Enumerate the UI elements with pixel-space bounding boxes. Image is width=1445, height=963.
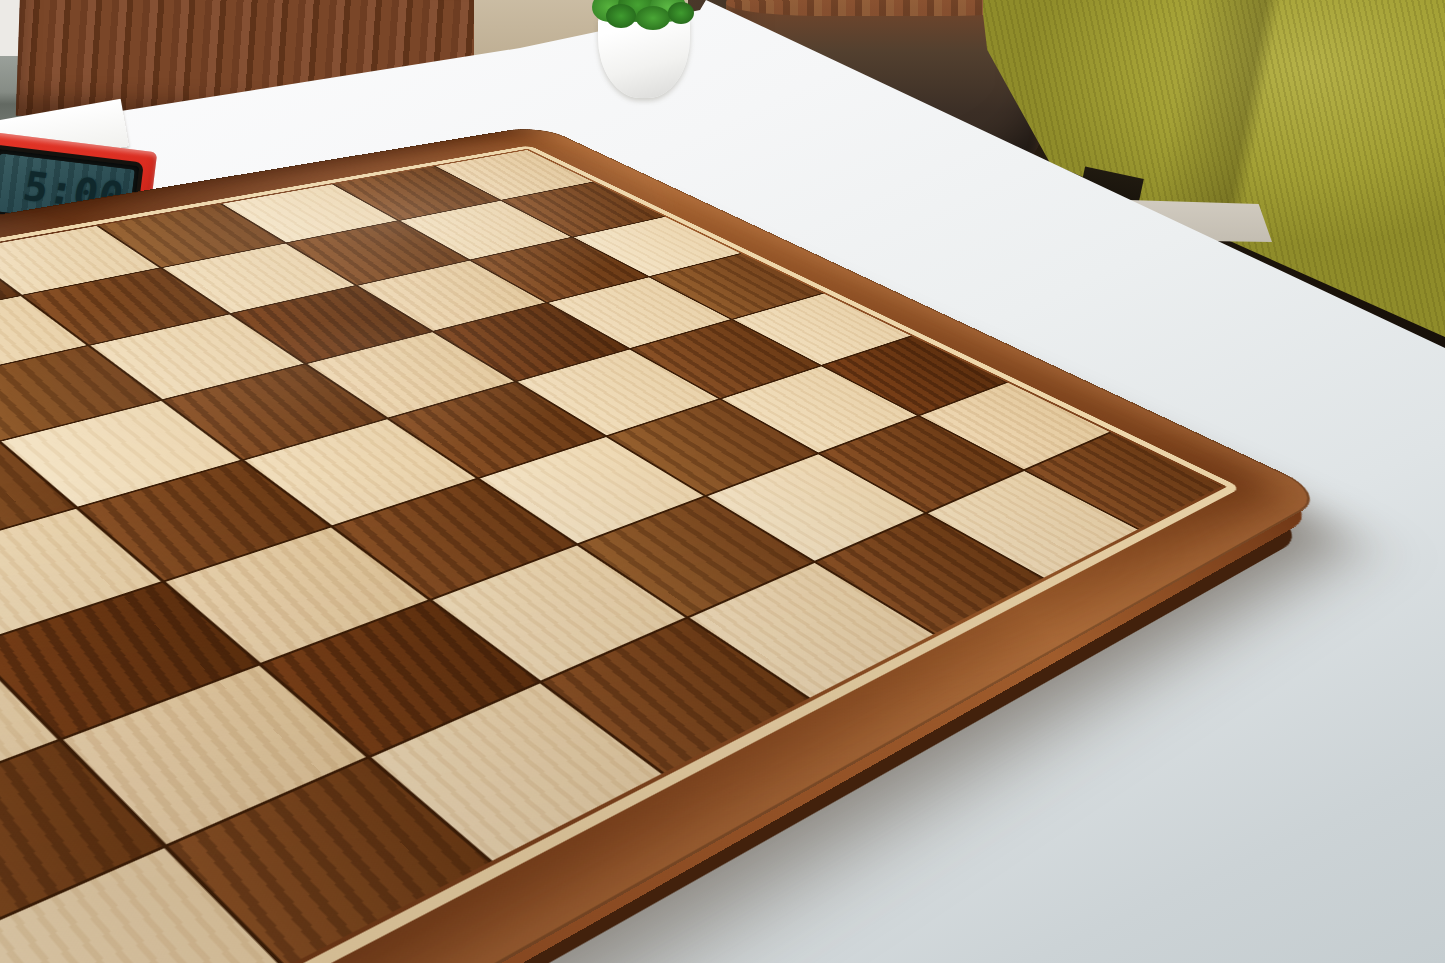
photo-scene: 5:00: [0, 0, 1445, 963]
plant-foliage: [606, 4, 636, 28]
plant-foliage: [668, 2, 694, 24]
plant-foliage: [636, 6, 670, 30]
